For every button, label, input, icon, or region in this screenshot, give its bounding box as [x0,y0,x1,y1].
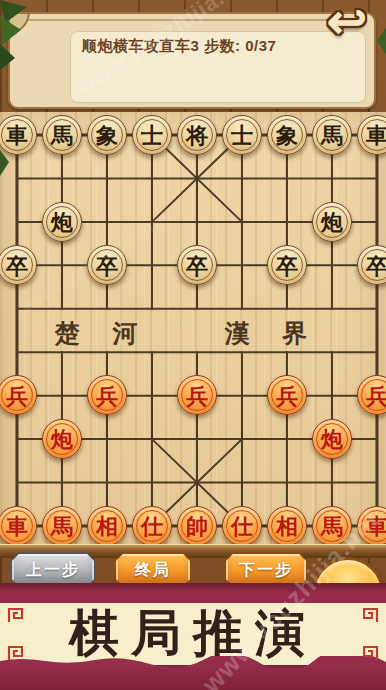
piece-layer: 車馬象士将士象馬車炮炮卒卒卒卒卒兵兵兵兵兵炮炮車馬相仕帥仕相馬車 [0,113,386,547]
xiangqi-training-screen: 顺炮横车攻直车3 步数: 0/37 ↩ [0,0,386,690]
piece-black-cannon[interactable]: 炮 [42,202,82,242]
piece-red-soldier[interactable]: 兵 [267,375,307,415]
piece-black-elephant[interactable]: 象 [267,115,307,155]
piece-glyph: 帥 [186,515,208,537]
piece-black-cannon[interactable]: 炮 [312,202,352,242]
piece-red-soldier[interactable]: 兵 [0,375,37,415]
piece-glyph: 車 [366,124,386,146]
piece-glyph: 卒 [186,255,208,277]
piece-glyph: 炮 [51,428,73,450]
back-button[interactable]: ↩ [316,0,378,50]
piece-black-advisor[interactable]: 士 [222,115,262,155]
piece-red-chariot[interactable]: 車 [0,506,37,546]
piece-glyph: 仕 [141,515,163,537]
piece-glyph: 仕 [231,515,253,537]
piece-red-soldier[interactable]: 兵 [177,375,217,415]
piece-red-elephant[interactable]: 相 [87,506,127,546]
fret-ornament-icon [7,645,23,661]
piece-red-cannon[interactable]: 炮 [42,419,82,459]
piece-glyph: 卒 [276,255,298,277]
piece-glyph: 兵 [186,385,208,407]
piece-glyph: 卒 [366,255,386,277]
leaf-decoration-top-left [0,0,34,78]
return-arrow-icon: ↩ [327,0,367,48]
piece-red-horse[interactable]: 馬 [42,506,82,546]
piece-black-soldier[interactable]: 卒 [267,245,307,285]
piece-black-soldier[interactable]: 卒 [177,245,217,285]
banner-scroll-band: 棋局推演 [0,603,386,665]
piece-glyph: 車 [6,124,28,146]
piece-glyph: 相 [276,515,298,537]
piece-red-general[interactable]: 帥 [177,506,217,546]
fret-ornament-icon [363,607,379,623]
banner-brush-edge [0,656,386,668]
piece-glyph: 卒 [96,255,118,277]
piece-glyph: 車 [366,515,386,537]
piece-black-chariot[interactable]: 車 [357,115,386,155]
fret-ornament-icon [363,645,379,661]
piece-glyph: 炮 [321,428,343,450]
piece-black-elephant[interactable]: 象 [87,115,127,155]
piece-black-horse[interactable]: 馬 [42,115,82,155]
piece-glyph: 象 [96,124,118,146]
fret-ornament-icon [7,607,23,623]
piece-red-advisor[interactable]: 仕 [222,506,262,546]
leaf-decoration-left [0,150,10,180]
piece-glyph: 将 [186,124,208,146]
xiangqi-board[interactable]: 楚 河 漢 界 車馬象士将士象馬車炮炮卒卒卒卒卒兵兵兵兵兵炮炮車馬相仕帥仕相馬車 [0,112,386,558]
piece-glyph: 兵 [6,385,28,407]
piece-red-soldier[interactable]: 兵 [357,375,386,415]
bottom-banner: 棋局推演 [0,583,386,690]
piece-glyph: 兵 [366,385,386,407]
prev-move-label: 上一步 [26,560,80,581]
next-move-label: 下一步 [239,560,293,581]
piece-glyph: 車 [6,515,28,537]
piece-glyph: 象 [276,124,298,146]
piece-glyph: 馬 [321,515,343,537]
piece-glyph: 兵 [276,385,298,407]
piece-red-elephant[interactable]: 相 [267,506,307,546]
piece-red-advisor[interactable]: 仕 [132,506,172,546]
piece-glyph: 相 [96,515,118,537]
piece-glyph: 炮 [51,211,73,233]
piece-glyph: 士 [141,124,163,146]
piece-black-soldier[interactable]: 卒 [357,245,386,285]
panel-top-line [18,19,366,21]
piece-red-cannon[interactable]: 炮 [312,419,352,459]
piece-glyph: 馬 [51,515,73,537]
piece-glyph: 馬 [51,124,73,146]
piece-red-chariot[interactable]: 車 [357,506,386,546]
puzzle-status-text: 顺炮横车攻直车3 步数: 0/37 [82,37,276,54]
piece-black-chariot[interactable]: 車 [0,115,37,155]
piece-glyph: 士 [231,124,253,146]
piece-black-general[interactable]: 将 [177,115,217,155]
piece-black-horse[interactable]: 馬 [312,115,352,155]
piece-black-soldier[interactable]: 卒 [0,245,37,285]
piece-glyph: 馬 [321,124,343,146]
piece-red-horse[interactable]: 馬 [312,506,352,546]
piece-black-advisor[interactable]: 士 [132,115,172,155]
piece-red-soldier[interactable]: 兵 [87,375,127,415]
piece-glyph: 兵 [96,385,118,407]
piece-black-soldier[interactable]: 卒 [87,245,127,285]
endgame-label: 终局 [135,560,171,581]
piece-glyph: 炮 [321,211,343,233]
piece-glyph: 卒 [6,255,28,277]
